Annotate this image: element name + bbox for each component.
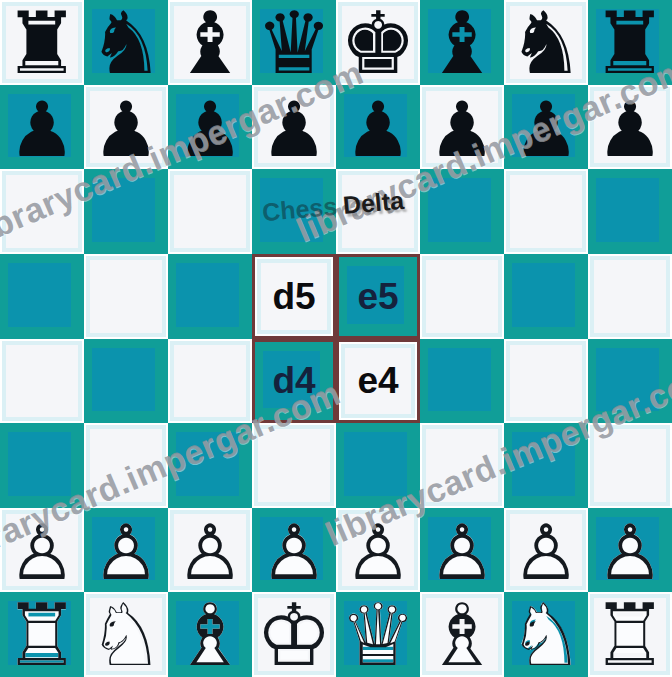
square-c8[interactable]: ♝ xyxy=(168,0,252,85)
square-c6[interactable] xyxy=(168,169,252,254)
piece-outline: ♘ xyxy=(87,592,164,677)
piece-glyph: ♝ xyxy=(171,0,248,86)
piece-outline: ♙ xyxy=(512,515,580,591)
square-g2[interactable]: ♟♙ xyxy=(504,508,588,593)
piece-black-pawn[interactable]: ♟ xyxy=(0,88,84,173)
piece-outline: ♗ xyxy=(423,592,500,677)
square-g6[interactable] xyxy=(504,169,588,254)
square-b8[interactable]: ♞ xyxy=(84,0,168,85)
piece-white-knight[interactable]: ♞♘ xyxy=(504,592,588,677)
square-e5[interactable]: e5 xyxy=(336,254,420,339)
chess-diagram: ♜♞♝♛♚♝♞♜♟♟♟♟♟♟♟♟d5e5d4e4♟♙♟♙♟♙♟♙♟♙♟♙♟♙♟♙… xyxy=(0,0,672,677)
square-g1[interactable]: ♞♘ xyxy=(504,592,588,677)
square-c5[interactable] xyxy=(168,254,252,339)
piece-white-bishop[interactable]: ♝♗ xyxy=(168,592,252,677)
square-b1[interactable]: ♞♘ xyxy=(84,592,168,677)
square-g5[interactable] xyxy=(504,254,588,339)
piece-white-pawn[interactable]: ♟♙ xyxy=(504,511,588,596)
square-h1[interactable]: ♜♖ xyxy=(588,592,672,677)
piece-outline: ♔ xyxy=(255,592,332,677)
square-h6[interactable] xyxy=(588,169,672,254)
square-f2[interactable]: ♟♙ xyxy=(420,508,504,593)
square-label-d5: d5 xyxy=(272,278,315,315)
piece-glyph: ♟ xyxy=(8,92,76,168)
piece-glyph: ♟ xyxy=(344,92,412,168)
piece-white-knight[interactable]: ♞♘ xyxy=(84,592,168,677)
piece-outline: ♙ xyxy=(428,515,496,591)
square-a1[interactable]: ♜♖ xyxy=(0,592,84,677)
square-a7[interactable]: ♟ xyxy=(0,85,84,170)
piece-outline: ♖ xyxy=(591,592,668,677)
piece-white-rook[interactable]: ♜♖ xyxy=(588,592,672,677)
piece-outline: ♖ xyxy=(3,592,80,677)
square-d5[interactable]: d5 xyxy=(252,254,336,339)
piece-white-pawn[interactable]: ♟♙ xyxy=(588,511,672,596)
piece-glyph: ♞ xyxy=(507,0,584,86)
square-h5[interactable] xyxy=(588,254,672,339)
piece-black-bishop[interactable]: ♝ xyxy=(168,0,252,85)
square-label-e4: e4 xyxy=(357,362,398,399)
piece-white-king[interactable]: ♚♔ xyxy=(252,592,336,677)
piece-black-rook[interactable]: ♜ xyxy=(0,0,84,85)
piece-black-knight[interactable]: ♞ xyxy=(84,0,168,85)
piece-outline: ♘ xyxy=(507,592,584,677)
square-c1[interactable]: ♝♗ xyxy=(168,592,252,677)
square-f5[interactable] xyxy=(420,254,504,339)
piece-white-pawn[interactable]: ♟♙ xyxy=(420,511,504,596)
piece-white-queen[interactable]: ♛♕ xyxy=(336,592,420,677)
square-d1[interactable]: ♚♔ xyxy=(252,592,336,677)
square-f4[interactable] xyxy=(420,339,504,424)
square-label-e5: e5 xyxy=(357,278,398,315)
square-e4[interactable]: e4 xyxy=(336,339,420,424)
square-f8[interactable]: ♝ xyxy=(420,0,504,85)
piece-outline: ♕ xyxy=(339,592,416,677)
brand-word-chess: Chess xyxy=(261,192,338,226)
piece-outline: ♙ xyxy=(92,515,160,591)
square-b5[interactable] xyxy=(84,254,168,339)
piece-glyph: ♞ xyxy=(87,0,164,86)
piece-white-rook[interactable]: ♜♖ xyxy=(0,592,84,677)
piece-outline: ♙ xyxy=(176,515,244,591)
brand-word-delta: Delta xyxy=(342,186,405,219)
square-f1[interactable]: ♝♗ xyxy=(420,592,504,677)
square-b4[interactable] xyxy=(84,339,168,424)
square-a5[interactable] xyxy=(0,254,84,339)
piece-white-pawn[interactable]: ♟♙ xyxy=(84,511,168,596)
square-e1[interactable]: ♛♕ xyxy=(336,592,420,677)
piece-black-bishop[interactable]: ♝ xyxy=(420,0,504,85)
square-g8[interactable]: ♞ xyxy=(504,0,588,85)
piece-glyph: ♜ xyxy=(3,0,80,86)
piece-white-pawn[interactable]: ♟♙ xyxy=(168,511,252,596)
piece-glyph: ♝ xyxy=(423,0,500,86)
piece-white-bishop[interactable]: ♝♗ xyxy=(420,592,504,677)
square-c2[interactable]: ♟♙ xyxy=(168,508,252,593)
piece-black-pawn[interactable]: ♟ xyxy=(336,88,420,173)
piece-black-knight[interactable]: ♞ xyxy=(504,0,588,85)
square-a8[interactable]: ♜ xyxy=(0,0,84,85)
piece-outline: ♙ xyxy=(596,515,664,591)
square-b2[interactable]: ♟♙ xyxy=(84,508,168,593)
square-a4[interactable] xyxy=(0,339,84,424)
square-h2[interactable]: ♟♙ xyxy=(588,508,672,593)
piece-outline: ♗ xyxy=(171,592,248,677)
piece-outline: ♙ xyxy=(260,515,328,591)
